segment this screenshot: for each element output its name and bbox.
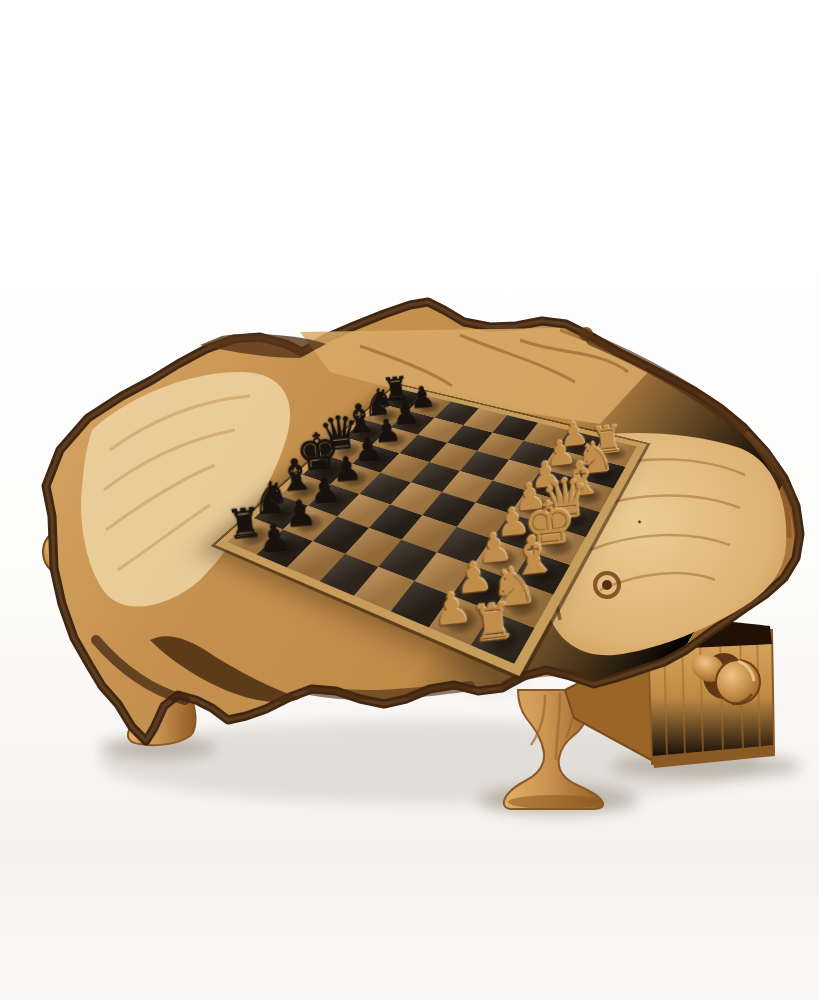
chess-board-wrap: ♜♟♟♜♞♟♟♞♝♟♟♝♛♟♟♛♚♟♟♚♝♟♟♝♞♟♟♞♜♟♟♜	[268, 318, 615, 665]
square-h1[interactable]: ♜	[470, 611, 534, 664]
product-photo-scene: ♜♟♟♜♞♟♟♞♝♟♟♝♛♟♟♛♚♟♟♚♝♟♟♝♞♟♟♞♜♟♟♜	[0, 0, 819, 1000]
black-pawn[interactable]: ♟	[238, 516, 311, 560]
white-rook[interactable]: ♜	[449, 594, 537, 652]
